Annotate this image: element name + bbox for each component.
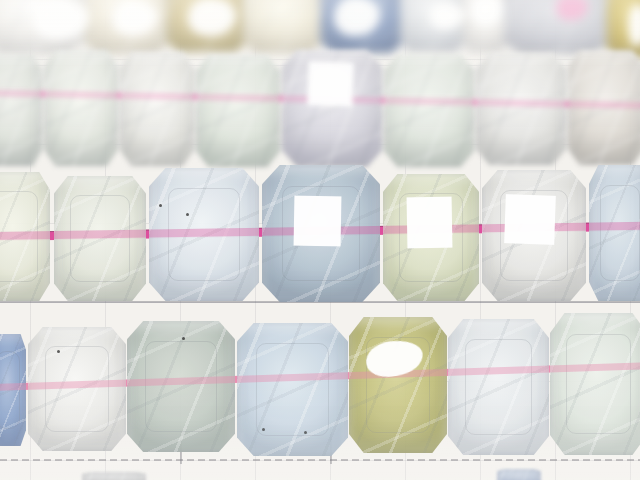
faceted-cube-bead	[82, 472, 146, 480]
faceted-cube-bead	[497, 469, 541, 480]
inclusion-speck	[159, 204, 162, 207]
bead-facet-lines	[82, 472, 146, 480]
inclusion-speck	[182, 337, 185, 340]
inclusion-speck	[304, 431, 307, 434]
strand-edge-bottom	[0, 0, 640, 480]
inclusion-speck	[262, 428, 265, 431]
photo-canvas	[0, 0, 640, 480]
inclusion-speck	[186, 213, 189, 216]
inclusion-speck	[57, 350, 60, 353]
bead-facet-lines	[497, 469, 541, 480]
